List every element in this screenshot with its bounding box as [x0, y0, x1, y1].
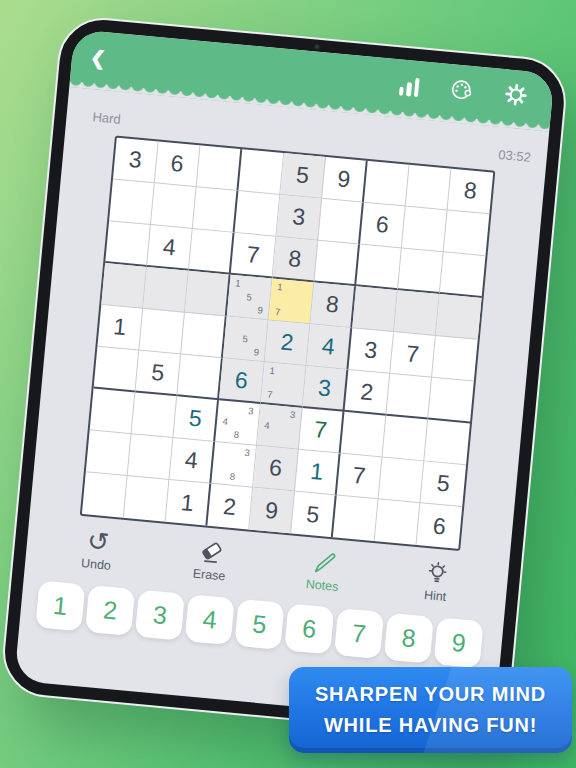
numpad-key-4[interactable]: 4	[185, 594, 235, 645]
cell-r4c9[interactable]	[436, 294, 482, 340]
cell-r4c4[interactable]: 159	[227, 275, 273, 321]
tablet-frame: ❮	[0, 14, 570, 740]
cell-r9c3[interactable]: 1	[166, 480, 212, 526]
cell-r8c3[interactable]: 4	[169, 438, 215, 484]
cell-r3c9[interactable]	[440, 252, 486, 298]
cell-r7c4[interactable]: 348	[215, 400, 261, 446]
notes-r7c4: 348	[217, 402, 257, 442]
cell-r2c3[interactable]	[193, 187, 239, 233]
cell-r7c9[interactable]	[424, 420, 470, 466]
cell-r9c5[interactable]: 9	[249, 488, 295, 534]
cell-r7c8[interactable]	[382, 416, 428, 462]
cell-r8c8[interactable]	[379, 457, 425, 503]
cell-r2c2[interactable]	[151, 183, 197, 229]
cell-r3c8[interactable]	[398, 248, 444, 294]
notes-r6c5: 17	[263, 364, 303, 403]
numpad-key-8[interactable]: 8	[384, 613, 434, 664]
palette-icon[interactable]	[447, 76, 475, 107]
cell-r6c4[interactable]: 6	[219, 358, 265, 404]
cell-r1c7[interactable]	[364, 161, 410, 207]
cell-r2c4[interactable]	[235, 191, 281, 237]
cell-r2c7[interactable]: 6	[360, 203, 406, 249]
cell-r3c3[interactable]	[189, 229, 235, 275]
cell-r8c6[interactable]: 1	[295, 450, 341, 496]
cell-r4c5[interactable]: 17	[269, 279, 315, 325]
cell-r4c2[interactable]	[143, 267, 189, 313]
timer: 03:52	[498, 147, 532, 165]
cell-r8c2[interactable]	[128, 434, 174, 480]
app-background: { "game": "sudoku", "position": "3600590…	[0, 0, 576, 768]
numpad-key-5[interactable]: 5	[234, 599, 284, 650]
cell-r1c3[interactable]	[197, 145, 243, 191]
cell-r9c7[interactable]	[333, 495, 379, 541]
cell-r5c4[interactable]: 59	[223, 317, 269, 363]
cell-r5c5[interactable]: 2	[265, 320, 311, 366]
cell-r1c8[interactable]	[406, 165, 452, 211]
statistics-icon[interactable]	[398, 76, 419, 98]
cell-r1c5[interactable]: 5	[280, 153, 326, 199]
cell-r2c5[interactable]: 3	[276, 195, 322, 241]
notes-r5c4: 59	[225, 319, 265, 359]
difficulty-label: Hard	[92, 109, 121, 127]
cell-r1c6[interactable]: 9	[322, 157, 368, 203]
cell-r2c8[interactable]	[402, 207, 448, 253]
cell-r5c9[interactable]	[432, 336, 478, 382]
notes-r7c5: 34	[259, 406, 299, 446]
cell-r6c5[interactable]: 17	[261, 362, 307, 408]
cell-r4c8[interactable]	[394, 290, 440, 336]
cell-r3c1[interactable]	[105, 221, 151, 267]
cell-r2c9[interactable]	[444, 210, 490, 256]
undo-icon: ↺	[86, 527, 110, 556]
cell-r4c6[interactable]: 8	[310, 282, 356, 328]
numpad-key-6[interactable]: 6	[284, 603, 334, 654]
cell-r1c1[interactable]: 3	[113, 138, 159, 184]
cell-r7c5[interactable]: 34	[257, 404, 303, 450]
cell-r7c1[interactable]	[90, 389, 136, 435]
cell-r6c3[interactable]	[177, 354, 223, 400]
cell-r9c8[interactable]	[375, 499, 421, 545]
cell-r1c9[interactable]: 8	[448, 169, 494, 215]
cell-r9c9[interactable]: 6	[416, 503, 462, 549]
hint-label: Hint	[423, 588, 446, 604]
cell-r6c8[interactable]	[386, 374, 432, 420]
cell-r2c1[interactable]	[109, 179, 155, 225]
cell-r9c1[interactable]	[82, 472, 128, 518]
numpad-key-7[interactable]: 7	[334, 608, 384, 659]
cell-r6c9[interactable]	[428, 378, 474, 424]
cell-r5c7[interactable]: 3	[348, 328, 394, 374]
promo-line-1: SHARPEN YOUR MIND	[315, 680, 546, 709]
cell-r2c6[interactable]	[318, 199, 364, 245]
numpad-key-3[interactable]: 3	[135, 590, 185, 641]
cell-r3c2[interactable]: 4	[147, 225, 193, 271]
numpad-key-2[interactable]: 2	[85, 585, 135, 636]
cell-r4c1[interactable]	[101, 263, 147, 309]
cell-r1c4[interactable]	[238, 149, 284, 195]
promo-banner[interactable]: SHARPEN YOUR MIND WHILE HAVING FUN!	[289, 667, 572, 753]
notes-label: Notes	[305, 577, 339, 594]
cell-r9c2[interactable]	[124, 476, 170, 522]
cell-r8c1[interactable]	[86, 430, 132, 476]
sudoku-board: 3659836478159178159243756173253483474386…	[80, 135, 496, 551]
cell-r4c7[interactable]	[352, 286, 398, 332]
cell-r7c2[interactable]	[131, 392, 177, 438]
cell-r5c3[interactable]	[181, 313, 227, 359]
lightbulb-icon	[423, 558, 452, 587]
cell-r9c4[interactable]: 2	[207, 484, 253, 530]
cell-r8c9[interactable]: 5	[420, 461, 466, 507]
cell-r5c8[interactable]: 7	[390, 332, 436, 378]
cell-r3c7[interactable]	[356, 245, 402, 291]
numpad-key-9[interactable]: 9	[434, 617, 484, 668]
cell-r8c5[interactable]: 6	[253, 446, 299, 492]
notes-r4c5: 17	[271, 281, 311, 321]
cell-r3c4[interactable]: 7	[231, 233, 277, 279]
cell-r5c6[interactable]: 4	[307, 324, 353, 370]
app-screen: ❮	[14, 29, 554, 725]
cell-r7c6[interactable]: 7	[299, 408, 345, 454]
notes-r4c4: 159	[229, 277, 269, 317]
front-camera	[315, 45, 319, 49]
back-button[interactable]: ❮	[89, 47, 107, 67]
cell-r8c7[interactable]: 7	[337, 454, 383, 500]
cell-r6c2[interactable]: 5	[135, 351, 181, 397]
cell-r8c4[interactable]: 38	[211, 442, 257, 488]
numpad-key-1[interactable]: 1	[35, 580, 85, 631]
cell-r4c3[interactable]	[185, 271, 231, 317]
settings-icon[interactable]	[502, 81, 530, 112]
cell-r5c2[interactable]	[139, 309, 185, 355]
promo-line-2: WHILE HAVING FUN!	[324, 711, 537, 740]
cell-r3c6[interactable]	[314, 241, 360, 287]
cell-r9c6[interactable]: 5	[291, 492, 337, 538]
cell-r1c2[interactable]: 6	[155, 141, 201, 187]
cell-r6c1[interactable]	[94, 347, 140, 393]
undo-label: Undo	[81, 556, 112, 573]
cell-r6c7[interactable]: 2	[344, 370, 390, 416]
eraser-icon	[197, 537, 226, 566]
cell-r3c5[interactable]: 8	[272, 237, 318, 283]
notes-r8c4: 38	[214, 444, 254, 484]
cell-r6c6[interactable]: 3	[303, 366, 349, 412]
pencil-icon	[310, 547, 339, 576]
cell-r5c1[interactable]: 1	[97, 305, 143, 351]
cell-r7c7[interactable]	[341, 412, 387, 458]
erase-label: Erase	[192, 567, 226, 584]
cell-r7c3[interactable]: 5	[173, 396, 219, 442]
